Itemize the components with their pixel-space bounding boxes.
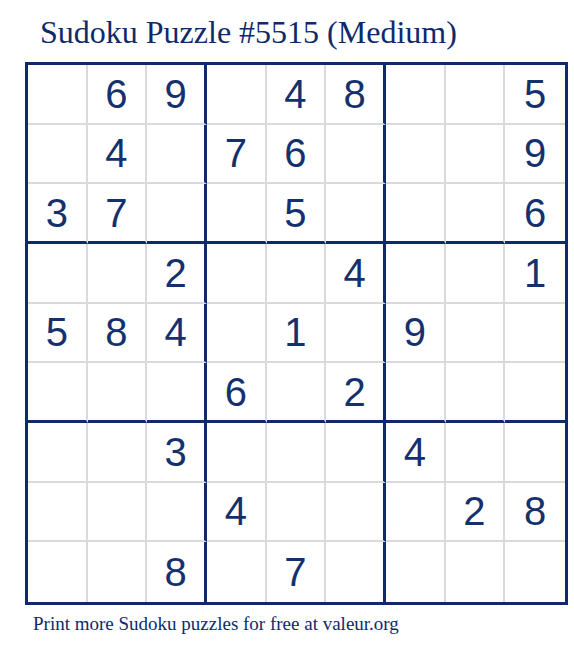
cell-r4c2	[88, 244, 148, 304]
cell-r8c6	[326, 483, 386, 543]
cell-r1c2: 6	[88, 65, 148, 125]
cell-r6c9	[505, 363, 565, 423]
cell-r7c2	[88, 423, 148, 483]
cell-r5c8	[446, 304, 506, 364]
cell-r7c8	[446, 423, 506, 483]
cell-r9c5: 7	[267, 542, 327, 602]
cell-r8c5	[267, 483, 327, 543]
cell-r3c2: 7	[88, 184, 148, 244]
cell-r7c3: 3	[147, 423, 207, 483]
cell-r2c3	[147, 125, 207, 185]
cell-r8c2	[88, 483, 148, 543]
cell-r9c1	[28, 542, 88, 602]
cell-r9c2	[88, 542, 148, 602]
cell-r9c8	[446, 542, 506, 602]
cell-r1c4	[207, 65, 267, 125]
cell-r6c7	[386, 363, 446, 423]
cell-r3c4	[207, 184, 267, 244]
cell-r8c9: 8	[505, 483, 565, 543]
cell-r2c5: 6	[267, 125, 327, 185]
cell-r6c3	[147, 363, 207, 423]
cell-r9c3: 8	[147, 542, 207, 602]
cell-r2c7	[386, 125, 446, 185]
cell-r5c5: 1	[267, 304, 327, 364]
cell-r4c4	[207, 244, 267, 304]
cell-r3c7	[386, 184, 446, 244]
cell-r8c4: 4	[207, 483, 267, 543]
cell-r8c1	[28, 483, 88, 543]
cell-r7c1	[28, 423, 88, 483]
cell-r6c5	[267, 363, 327, 423]
cell-r7c4	[207, 423, 267, 483]
sudoku-grid: 694854769375624158419623442887	[25, 62, 568, 605]
cell-r1c3: 9	[147, 65, 207, 125]
cell-r4c8	[446, 244, 506, 304]
cell-r7c5	[267, 423, 327, 483]
cell-r2c1	[28, 125, 88, 185]
cell-r1c8	[446, 65, 506, 125]
cell-r8c3	[147, 483, 207, 543]
cell-r7c6	[326, 423, 386, 483]
cell-r2c9: 9	[505, 125, 565, 185]
cell-r7c9	[505, 423, 565, 483]
cell-r6c8	[446, 363, 506, 423]
cell-r1c9: 5	[505, 65, 565, 125]
cell-r6c2	[88, 363, 148, 423]
cell-r4c9: 1	[505, 244, 565, 304]
footer-note: Print more Sudoku puzzles for free at va…	[33, 613, 399, 635]
cell-r1c5: 4	[267, 65, 327, 125]
cell-r3c9: 6	[505, 184, 565, 244]
cell-r5c2: 8	[88, 304, 148, 364]
cell-r3c6	[326, 184, 386, 244]
cell-r8c8: 2	[446, 483, 506, 543]
cell-r4c5	[267, 244, 327, 304]
cell-r9c7	[386, 542, 446, 602]
cell-r3c8	[446, 184, 506, 244]
cell-r4c1	[28, 244, 88, 304]
cell-r3c1: 3	[28, 184, 88, 244]
cell-r8c7	[386, 483, 446, 543]
cell-r9c4	[207, 542, 267, 602]
cell-r6c6: 2	[326, 363, 386, 423]
cell-r6c4: 6	[207, 363, 267, 423]
page-title: Sudoku Puzzle #5515 (Medium)	[40, 14, 457, 51]
cell-r2c6	[326, 125, 386, 185]
cell-r1c6: 8	[326, 65, 386, 125]
cell-r4c7	[386, 244, 446, 304]
cell-r5c4	[207, 304, 267, 364]
cell-r2c4: 7	[207, 125, 267, 185]
cell-r1c7	[386, 65, 446, 125]
cell-r7c7: 4	[386, 423, 446, 483]
cell-r9c6	[326, 542, 386, 602]
cell-r5c9	[505, 304, 565, 364]
cell-r3c3	[147, 184, 207, 244]
cell-r6c1	[28, 363, 88, 423]
cell-r2c2: 4	[88, 125, 148, 185]
cell-r9c9	[505, 542, 565, 602]
cell-r3c5: 5	[267, 184, 327, 244]
cell-r5c1: 5	[28, 304, 88, 364]
cell-r5c6	[326, 304, 386, 364]
cell-r1c1	[28, 65, 88, 125]
cell-r2c8	[446, 125, 506, 185]
cell-r4c6: 4	[326, 244, 386, 304]
cell-r5c7: 9	[386, 304, 446, 364]
cell-r4c3: 2	[147, 244, 207, 304]
cell-r5c3: 4	[147, 304, 207, 364]
